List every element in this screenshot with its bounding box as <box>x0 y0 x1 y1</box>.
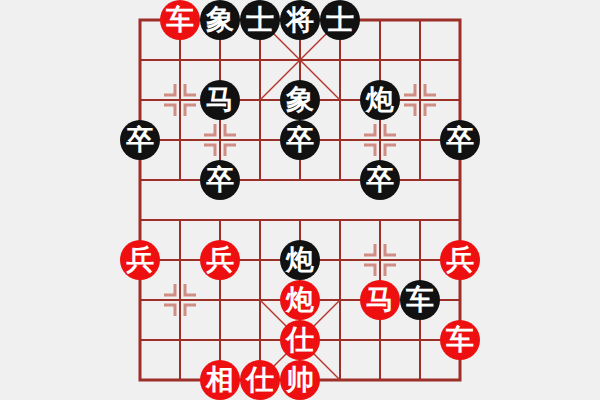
xiangqi-app: 车象士将士马象炮卒卒卒卒卒兵兵炮兵炮马车仕车相仕帅 <box>0 0 600 400</box>
piece-red-elephant[interactable]: 相 <box>200 360 240 400</box>
piece-red-cannon[interactable]: 炮 <box>280 280 320 320</box>
piece-black-soldier[interactable]: 卒 <box>200 160 240 200</box>
pieces-layer: 车象士将士马象炮卒卒卒卒卒兵兵炮兵炮马车仕车相仕帅 <box>120 0 480 400</box>
piece-red-advisor[interactable]: 仕 <box>280 320 320 360</box>
piece-black-cannon[interactable]: 炮 <box>360 80 400 120</box>
piece-red-horse[interactable]: 马 <box>360 280 400 320</box>
piece-red-chariot[interactable]: 车 <box>160 0 200 40</box>
piece-red-soldier[interactable]: 兵 <box>440 240 480 280</box>
piece-red-soldier[interactable]: 兵 <box>200 240 240 280</box>
piece-black-advisor[interactable]: 士 <box>320 0 360 40</box>
piece-black-soldier[interactable]: 卒 <box>360 160 400 200</box>
piece-red-soldier[interactable]: 兵 <box>120 240 160 280</box>
piece-black-soldier[interactable]: 卒 <box>120 120 160 160</box>
xiangqi-board[interactable]: 车象士将士马象炮卒卒卒卒卒兵兵炮兵炮马车仕车相仕帅 <box>120 0 480 400</box>
piece-black-chariot[interactable]: 车 <box>400 280 440 320</box>
piece-black-soldier[interactable]: 卒 <box>280 120 320 160</box>
piece-black-general[interactable]: 将 <box>280 0 320 40</box>
piece-red-advisor[interactable]: 仕 <box>240 360 280 400</box>
piece-black-cannon[interactable]: 炮 <box>280 240 320 280</box>
piece-black-elephant[interactable]: 象 <box>280 80 320 120</box>
piece-black-soldier[interactable]: 卒 <box>440 120 480 160</box>
piece-red-general[interactable]: 帅 <box>280 360 320 400</box>
piece-black-advisor[interactable]: 士 <box>240 0 280 40</box>
piece-black-elephant[interactable]: 象 <box>200 0 240 40</box>
piece-black-horse[interactable]: 马 <box>200 80 240 120</box>
piece-red-chariot[interactable]: 车 <box>440 320 480 360</box>
